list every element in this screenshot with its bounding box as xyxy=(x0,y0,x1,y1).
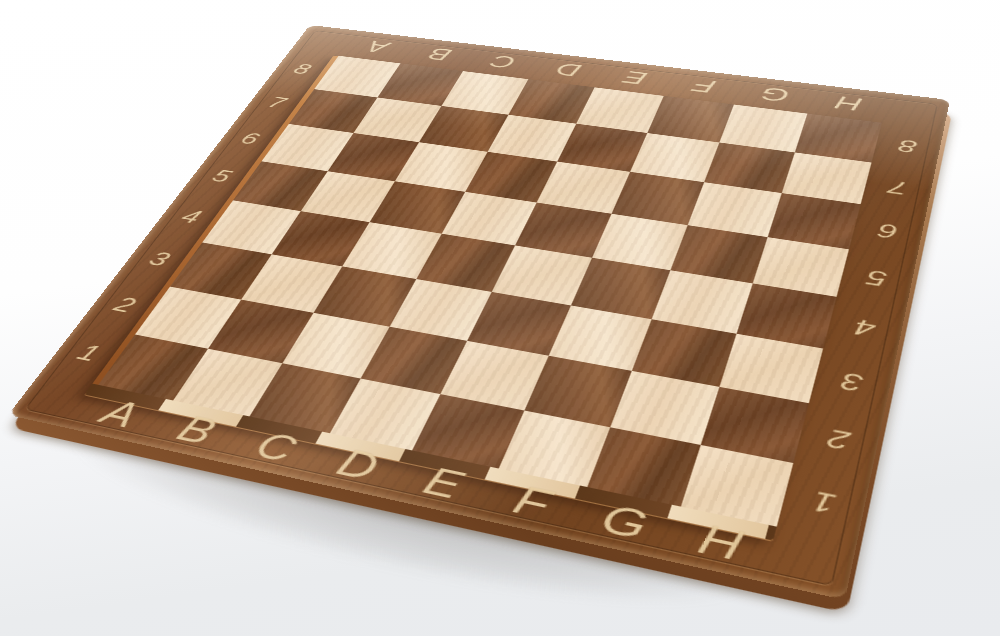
rank-label-far-8: 8 xyxy=(872,123,944,171)
rank-label-far-1: 1 xyxy=(777,463,871,544)
playing-field xyxy=(98,56,882,527)
rank-label-far-3: 3 xyxy=(809,348,895,417)
rank-label-far-4: 4 xyxy=(823,297,906,361)
rank-label-far-5: 5 xyxy=(837,249,917,308)
rank-label-far-2: 2 xyxy=(793,403,883,477)
squares-grid xyxy=(98,56,882,527)
rank-label-far-7: 7 xyxy=(861,162,935,213)
chessboard-product-photo: ABCDEFGH ABCDEFGH 87654321 87654321 xyxy=(0,0,1000,636)
rank-label-far-6: 6 xyxy=(849,204,926,259)
